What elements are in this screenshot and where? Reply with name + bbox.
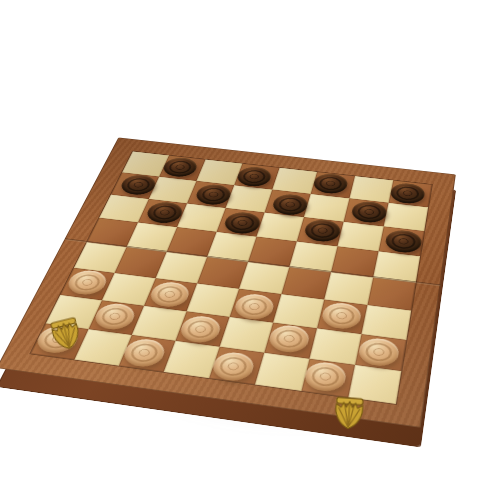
square-f3[interactable] — [273, 294, 324, 328]
square-c2[interactable] — [132, 306, 187, 341]
square-e5[interactable] — [248, 237, 297, 267]
checker-dark[interactable] — [235, 166, 274, 188]
square-f4[interactable] — [281, 267, 331, 299]
square-g5[interactable] — [331, 246, 379, 277]
checker-dark[interactable] — [302, 218, 342, 243]
checker-dark[interactable] — [160, 156, 200, 178]
board-grid — [31, 151, 432, 404]
checker-light[interactable] — [320, 301, 363, 331]
checker-light[interactable] — [209, 350, 256, 383]
checkers-board — [0, 137, 456, 427]
square-c4[interactable] — [156, 252, 207, 283]
checker-dark[interactable] — [384, 229, 423, 255]
brass-clasp-front — [329, 395, 369, 432]
checker-light[interactable] — [266, 323, 311, 354]
square-g2[interactable] — [309, 328, 361, 365]
square-e3[interactable] — [230, 289, 282, 323]
checker-dark[interactable] — [350, 200, 388, 224]
checker-light[interactable] — [147, 280, 193, 308]
checkers-product-photo — [0, 0, 500, 500]
square-b3[interactable] — [102, 273, 156, 306]
square-h5[interactable] — [373, 251, 420, 282]
square-h2[interactable] — [355, 334, 406, 371]
checker-light[interactable] — [302, 360, 348, 393]
checker-light[interactable] — [232, 292, 276, 321]
square-d4[interactable] — [197, 257, 248, 289]
checker-dark[interactable] — [222, 211, 263, 236]
checker-light[interactable] — [64, 269, 111, 297]
square-c3[interactable] — [144, 278, 197, 311]
square-d1[interactable] — [164, 341, 220, 378]
square-e4[interactable] — [239, 262, 289, 294]
square-d3[interactable] — [187, 283, 239, 317]
square-b2[interactable] — [89, 300, 144, 335]
checker-dark[interactable] — [311, 172, 349, 195]
checker-light[interactable] — [91, 302, 139, 332]
checker-light[interactable] — [120, 337, 169, 369]
brass-shell-clasp-icon — [329, 395, 369, 432]
square-c1[interactable] — [119, 335, 176, 372]
square-e2[interactable] — [220, 317, 273, 353]
checker-dark[interactable] — [389, 182, 426, 205]
square-g3[interactable] — [317, 300, 367, 335]
square-g4[interactable] — [324, 272, 373, 305]
square-h3[interactable] — [361, 305, 411, 340]
square-f5[interactable] — [289, 241, 337, 272]
square-f1[interactable] — [255, 353, 309, 391]
square-f2[interactable] — [264, 323, 317, 359]
square-d2[interactable] — [175, 311, 229, 346]
checker-light[interactable] — [357, 336, 401, 368]
square-e1[interactable] — [209, 347, 264, 385]
square-h4[interactable] — [367, 277, 415, 310]
square-a3[interactable] — [60, 268, 114, 300]
square-a4[interactable] — [74, 242, 127, 273]
square-g1[interactable] — [301, 359, 355, 398]
checker-light[interactable] — [177, 314, 223, 344]
